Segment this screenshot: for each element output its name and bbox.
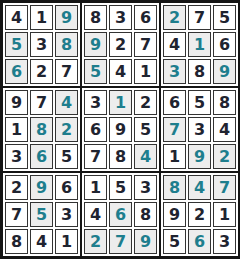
cell-r9c3[interactable]: 1	[55, 229, 78, 254]
cell-r3c1[interactable]: 6	[5, 59, 28, 84]
cell-r6c5[interactable]: 8	[109, 144, 132, 169]
cell-r5c4[interactable]: 6	[84, 117, 107, 142]
cell-r5c8[interactable]: 3	[188, 117, 211, 142]
cell-r7c8[interactable]: 4	[188, 175, 211, 200]
cell-r8c3[interactable]: 3	[55, 202, 78, 227]
cell-r8c8[interactable]: 2	[188, 202, 211, 227]
box-8: 153468279	[82, 173, 159, 256]
cell-r8c6[interactable]: 8	[134, 202, 157, 227]
cell-r6c4[interactable]: 7	[84, 144, 107, 169]
cell-r3c2[interactable]: 2	[30, 59, 53, 84]
cell-r1c3[interactable]: 9	[55, 5, 78, 30]
cell-r5c7[interactable]: 7	[163, 117, 186, 142]
cell-r8c1[interactable]: 7	[5, 202, 28, 227]
cell-r1c7[interactable]: 2	[163, 5, 186, 30]
cell-r7c3[interactable]: 6	[55, 175, 78, 200]
cell-r4c1[interactable]: 9	[5, 90, 28, 115]
cell-r8c5[interactable]: 6	[109, 202, 132, 227]
cell-r5c1[interactable]: 1	[5, 117, 28, 142]
cell-r1c8[interactable]: 7	[188, 5, 211, 30]
cell-r9c6[interactable]: 9	[134, 229, 157, 254]
box-7: 296753841	[3, 173, 80, 256]
cell-r3c6[interactable]: 1	[134, 59, 157, 84]
cell-r6c9[interactable]: 2	[213, 144, 236, 169]
box-3: 275416389	[161, 3, 238, 86]
cell-r9c1[interactable]: 8	[5, 229, 28, 254]
cell-r8c9[interactable]: 1	[213, 202, 236, 227]
cell-r2c9[interactable]: 6	[213, 32, 236, 57]
cell-r5c5[interactable]: 9	[109, 117, 132, 142]
cell-r7c2[interactable]: 9	[30, 175, 53, 200]
cell-r2c8[interactable]: 1	[188, 32, 211, 57]
box-5: 312695784	[82, 88, 159, 171]
cell-r5c6[interactable]: 5	[134, 117, 157, 142]
cell-r1c4[interactable]: 8	[84, 5, 107, 30]
cell-r4c9[interactable]: 8	[213, 90, 236, 115]
cell-r5c3[interactable]: 2	[55, 117, 78, 142]
cell-r9c7[interactable]: 5	[163, 229, 186, 254]
cell-r4c3[interactable]: 4	[55, 90, 78, 115]
cell-r3c4[interactable]: 5	[84, 59, 107, 84]
cell-r3c3[interactable]: 7	[55, 59, 78, 84]
cell-r6c2[interactable]: 6	[30, 144, 53, 169]
cell-r9c2[interactable]: 4	[30, 229, 53, 254]
cell-r2c5[interactable]: 2	[109, 32, 132, 57]
box-4: 974182365	[3, 88, 80, 171]
cell-r3c7[interactable]: 3	[163, 59, 186, 84]
cell-r4c2[interactable]: 7	[30, 90, 53, 115]
box-6: 658734192	[161, 88, 238, 171]
cell-r6c3[interactable]: 5	[55, 144, 78, 169]
cell-r2c2[interactable]: 3	[30, 32, 53, 57]
cell-r3c5[interactable]: 4	[109, 59, 132, 84]
cell-r2c1[interactable]: 5	[5, 32, 28, 57]
cell-r9c9[interactable]: 3	[213, 229, 236, 254]
cell-r8c2[interactable]: 5	[30, 202, 53, 227]
cell-r9c5[interactable]: 7	[109, 229, 132, 254]
cell-r9c8[interactable]: 6	[188, 229, 211, 254]
cell-r7c6[interactable]: 3	[134, 175, 157, 200]
cell-r7c1[interactable]: 2	[5, 175, 28, 200]
cell-r4c4[interactable]: 3	[84, 90, 107, 115]
cell-r4c7[interactable]: 6	[163, 90, 186, 115]
cell-r7c9[interactable]: 7	[213, 175, 236, 200]
cell-r7c7[interactable]: 8	[163, 175, 186, 200]
cell-r3c9[interactable]: 9	[213, 59, 236, 84]
cell-r1c9[interactable]: 5	[213, 5, 236, 30]
cell-r6c1[interactable]: 3	[5, 144, 28, 169]
cell-r8c4[interactable]: 4	[84, 202, 107, 227]
cell-r4c8[interactable]: 5	[188, 90, 211, 115]
cell-r3c8[interactable]: 8	[188, 59, 211, 84]
cell-r1c1[interactable]: 4	[5, 5, 28, 30]
box-2: 836927541	[82, 3, 159, 86]
cell-r9c4[interactable]: 2	[84, 229, 107, 254]
cell-r4c6[interactable]: 2	[134, 90, 157, 115]
cell-r6c6[interactable]: 4	[134, 144, 157, 169]
cell-r6c8[interactable]: 9	[188, 144, 211, 169]
cell-r6c7[interactable]: 1	[163, 144, 186, 169]
cell-r8c7[interactable]: 9	[163, 202, 186, 227]
cell-r1c2[interactable]: 1	[30, 5, 53, 30]
cell-r2c6[interactable]: 7	[134, 32, 157, 57]
cell-r5c9[interactable]: 4	[213, 117, 236, 142]
cell-r7c5[interactable]: 5	[109, 175, 132, 200]
cell-r2c7[interactable]: 4	[163, 32, 186, 57]
cell-r2c3[interactable]: 8	[55, 32, 78, 57]
cell-r1c5[interactable]: 3	[109, 5, 132, 30]
sudoku-board: 4195386278369275412754163899741823653126…	[0, 0, 240, 259]
cell-r2c4[interactable]: 9	[84, 32, 107, 57]
box-1: 419538627	[3, 3, 80, 86]
cell-r1c6[interactable]: 6	[134, 5, 157, 30]
cell-r7c4[interactable]: 1	[84, 175, 107, 200]
cell-r4c5[interactable]: 1	[109, 90, 132, 115]
box-9: 847921563	[161, 173, 238, 256]
cell-r5c2[interactable]: 8	[30, 117, 53, 142]
